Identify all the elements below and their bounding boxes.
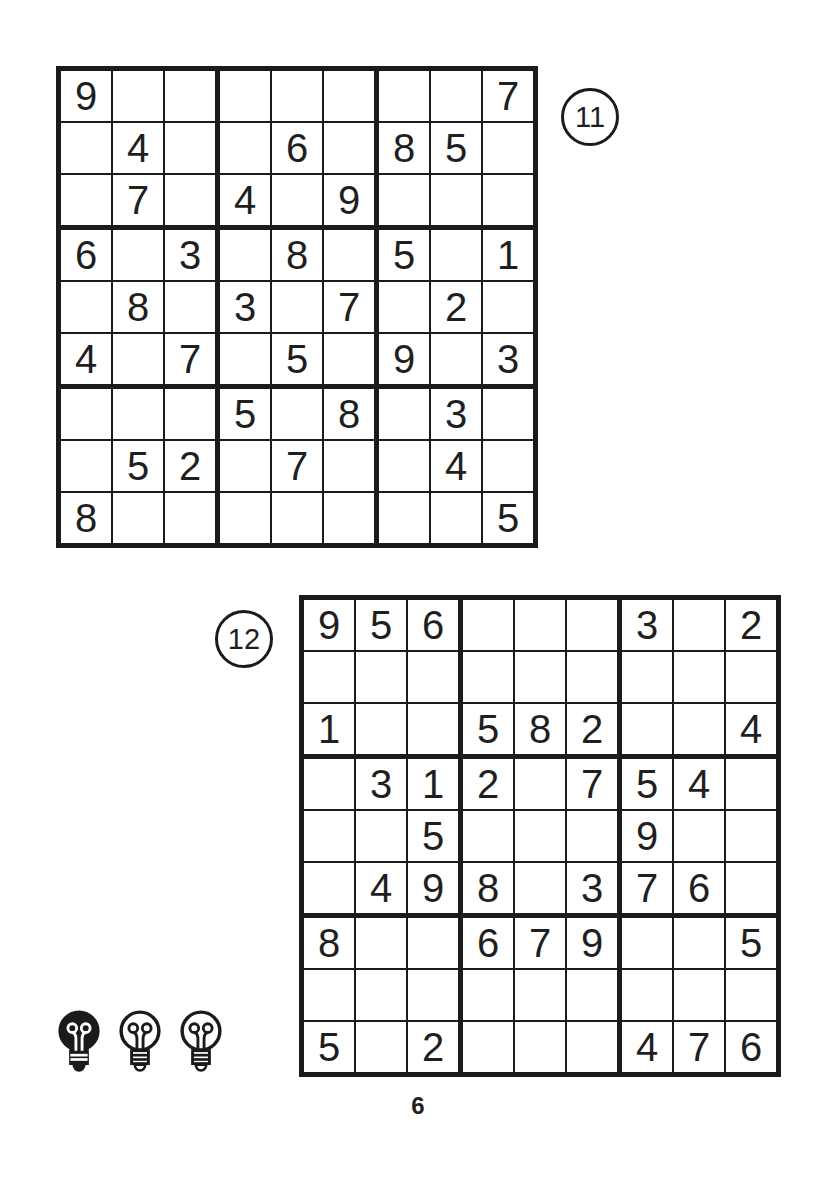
puzzle-12-cell-r8c4[interactable] bbox=[463, 970, 515, 1022]
puzzle-12-cell-r5c5[interactable] bbox=[515, 811, 567, 863]
puzzle-12-cell-r1c5[interactable] bbox=[515, 600, 567, 652]
puzzle-11-cell-r2c2[interactable]: 4 bbox=[113, 123, 165, 175]
puzzle-12-cell-r1c2[interactable]: 5 bbox=[356, 600, 408, 652]
page-number: 6 bbox=[378, 1092, 458, 1120]
puzzle-11-cell-r2c9[interactable] bbox=[483, 123, 533, 175]
puzzle-12-cell-r1c8[interactable] bbox=[674, 600, 726, 652]
puzzle-11-cell-r9c7[interactable] bbox=[379, 493, 431, 543]
puzzle-12-cell-r7c1[interactable]: 8 bbox=[304, 918, 356, 970]
puzzle-11-cell-r1c9[interactable]: 7 bbox=[483, 71, 533, 123]
puzzle-12-cell-r2c5[interactable] bbox=[515, 652, 567, 704]
puzzle-12-cell-r1c4[interactable] bbox=[463, 600, 515, 652]
puzzle-11-cell-r2c3[interactable] bbox=[165, 123, 220, 175]
puzzle-12-cell-r6c6[interactable]: 3 bbox=[567, 863, 622, 918]
sudoku-grid-12: 9563215824312754594983768679552476 bbox=[299, 595, 781, 1077]
puzzle-12-cell-r4c5[interactable] bbox=[515, 759, 567, 811]
puzzle-11-cell-r1c6[interactable] bbox=[324, 71, 379, 123]
puzzle-11-cell-r2c8[interactable]: 5 bbox=[431, 123, 483, 175]
puzzle-11-cell-r8c4[interactable] bbox=[220, 441, 272, 493]
puzzle-12-cell-r2c6[interactable] bbox=[567, 652, 622, 704]
puzzle-11-cell-r8c8[interactable]: 4 bbox=[431, 441, 483, 493]
puzzle-11-cell-r6c6[interactable] bbox=[324, 334, 379, 389]
puzzle-11-cell-r9c8[interactable] bbox=[431, 493, 483, 543]
puzzle-11-cell-r5c2[interactable]: 8 bbox=[113, 282, 165, 334]
puzzle-12-cell-r6c5[interactable] bbox=[515, 863, 567, 918]
puzzle-11-cell-r8c5[interactable]: 7 bbox=[272, 441, 324, 493]
puzzle-11-cell-r3c8[interactable] bbox=[431, 175, 483, 230]
difficulty-bulb-outline-icon bbox=[117, 1008, 163, 1078]
puzzle-11-cell-r6c3[interactable]: 7 bbox=[165, 334, 220, 389]
puzzle-12-cell-r2c7[interactable] bbox=[622, 652, 674, 704]
puzzle-12-cell-r5c1[interactable] bbox=[304, 811, 356, 863]
puzzle-12-cell-r8c9[interactable] bbox=[726, 970, 776, 1022]
puzzle-12-cell-r3c3[interactable] bbox=[408, 704, 463, 759]
puzzle-12-cell-r9c5[interactable] bbox=[515, 1022, 567, 1072]
puzzle-12-cell-r8c1[interactable] bbox=[304, 970, 356, 1022]
puzzle-book-page: 11 97468574963851837247593583527485 12 9… bbox=[0, 0, 840, 1190]
puzzle-12-cell-r2c9[interactable] bbox=[726, 652, 776, 704]
puzzle-12-cell-r7c4[interactable]: 6 bbox=[463, 918, 515, 970]
puzzle-11-cell-r9c4[interactable] bbox=[220, 493, 272, 543]
puzzle-11-cell-r8c3[interactable]: 2 bbox=[165, 441, 220, 493]
puzzle-11-cell-r1c2[interactable] bbox=[113, 71, 165, 123]
difficulty-rating bbox=[56, 1008, 224, 1078]
puzzle-11-cell-r7c9[interactable] bbox=[483, 389, 533, 441]
puzzle-12-cell-r9c3[interactable]: 2 bbox=[408, 1022, 463, 1072]
puzzle-12-cell-r5c2[interactable] bbox=[356, 811, 408, 863]
puzzle-11-cell-r9c2[interactable] bbox=[113, 493, 165, 543]
puzzle-11-cell-r5c3[interactable] bbox=[165, 282, 220, 334]
puzzle-11-cell-r7c3[interactable] bbox=[165, 389, 220, 441]
puzzle-11-cell-r6c9[interactable]: 3 bbox=[483, 334, 533, 389]
puzzle-11-cell-r6c4[interactable] bbox=[220, 334, 272, 389]
puzzle-12-cell-r3c8[interactable] bbox=[674, 704, 726, 759]
puzzle-12-cell-r9c7[interactable]: 4 bbox=[622, 1022, 674, 1072]
puzzle-11-cell-r4c8[interactable] bbox=[431, 230, 483, 282]
puzzle-11-cell-r1c7[interactable] bbox=[379, 71, 431, 123]
puzzle-12-cell-r5c7[interactable]: 9 bbox=[622, 811, 674, 863]
puzzle-12-cell-r7c6[interactable]: 9 bbox=[567, 918, 622, 970]
puzzle-12-cell-r2c3[interactable] bbox=[408, 652, 463, 704]
puzzle-12-cell-r6c4[interactable]: 8 bbox=[463, 863, 515, 918]
puzzle-11-number: 11 bbox=[575, 101, 605, 134]
puzzle-11-cell-r9c3[interactable] bbox=[165, 493, 220, 543]
puzzle-11-cell-r2c1[interactable] bbox=[61, 123, 113, 175]
puzzle-12-cell-r1c9[interactable]: 2 bbox=[726, 600, 776, 652]
puzzle-12-cell-r4c2[interactable]: 3 bbox=[356, 759, 408, 811]
puzzle-11-cell-r3c7[interactable] bbox=[379, 175, 431, 230]
puzzle-12-cell-r4c7[interactable]: 5 bbox=[622, 759, 674, 811]
puzzle-11-cell-r3c4[interactable]: 4 bbox=[220, 175, 272, 230]
puzzle-12-cell-r3c9[interactable]: 4 bbox=[726, 704, 776, 759]
puzzle-11-cell-r2c5[interactable]: 6 bbox=[272, 123, 324, 175]
puzzle-12-cell-r2c8[interactable] bbox=[674, 652, 726, 704]
puzzle-12-cell-r7c3[interactable] bbox=[408, 918, 463, 970]
puzzle-11-cell-r4c9[interactable]: 1 bbox=[483, 230, 533, 282]
puzzle-11-cell-r6c1[interactable]: 4 bbox=[61, 334, 113, 389]
puzzle-11-cell-r3c2[interactable]: 7 bbox=[113, 175, 165, 230]
sudoku-grid-11: 97468574963851837247593583527485 bbox=[56, 66, 538, 548]
puzzle-11-cell-r7c8[interactable]: 3 bbox=[431, 389, 483, 441]
puzzle-11-cell-r7c5[interactable] bbox=[272, 389, 324, 441]
puzzle-12-cell-r8c2[interactable] bbox=[356, 970, 408, 1022]
puzzle-12-cell-r7c9[interactable]: 5 bbox=[726, 918, 776, 970]
puzzle-11-cell-r9c1[interactable]: 8 bbox=[61, 493, 113, 543]
puzzle-12-cell-r8c3[interactable] bbox=[408, 970, 463, 1022]
puzzle-11-cell-r4c1[interactable]: 6 bbox=[61, 230, 113, 282]
puzzle-11-cell-r6c5[interactable]: 5 bbox=[272, 334, 324, 389]
puzzle-12-cell-r7c8[interactable] bbox=[674, 918, 726, 970]
puzzle-12-cell-r5c9[interactable] bbox=[726, 811, 776, 863]
puzzle-12-cell-r7c7[interactable] bbox=[622, 918, 674, 970]
puzzle-12-cell-r7c2[interactable] bbox=[356, 918, 408, 970]
puzzle-12-cell-r8c5[interactable] bbox=[515, 970, 567, 1022]
puzzle-12-cell-r3c5[interactable]: 8 bbox=[515, 704, 567, 759]
puzzle-12-number-badge: 12 bbox=[215, 610, 273, 668]
puzzle-11-cell-r1c8[interactable] bbox=[431, 71, 483, 123]
puzzle-11-cell-r1c4[interactable] bbox=[220, 71, 272, 123]
puzzle-11-cell-r8c1[interactable] bbox=[61, 441, 113, 493]
puzzle-12-cell-r3c4[interactable]: 5 bbox=[463, 704, 515, 759]
puzzle-11-cell-r8c6[interactable] bbox=[324, 441, 379, 493]
puzzle-12-cell-r7c5[interactable]: 7 bbox=[515, 918, 567, 970]
puzzle-11-cell-r6c8[interactable] bbox=[431, 334, 483, 389]
puzzle-12-cell-r5c3[interactable]: 5 bbox=[408, 811, 463, 863]
puzzle-12-cell-r3c7[interactable] bbox=[622, 704, 674, 759]
puzzle-11-cell-r2c7[interactable]: 8 bbox=[379, 123, 431, 175]
puzzle-11-cell-r4c4[interactable] bbox=[220, 230, 272, 282]
puzzle-12-cell-r6c1[interactable] bbox=[304, 863, 356, 918]
puzzle-11-cell-r5c9[interactable] bbox=[483, 282, 533, 334]
puzzle-11-cell-r1c1[interactable]: 9 bbox=[61, 71, 113, 123]
puzzle-12-cell-r4c4[interactable]: 2 bbox=[463, 759, 515, 811]
puzzle-12-cell-r8c7[interactable] bbox=[622, 970, 674, 1022]
puzzle-12-cell-r4c9[interactable] bbox=[726, 759, 776, 811]
puzzle-11-cell-r4c2[interactable] bbox=[113, 230, 165, 282]
puzzle-11-cell-r5c5[interactable] bbox=[272, 282, 324, 334]
puzzle-12-cell-r9c8[interactable]: 7 bbox=[674, 1022, 726, 1072]
puzzle-11-cell-r3c3[interactable] bbox=[165, 175, 220, 230]
puzzle-12-cell-r9c9[interactable]: 6 bbox=[726, 1022, 776, 1072]
puzzle-12-cell-r3c6[interactable]: 2 bbox=[567, 704, 622, 759]
puzzle-11-cell-r9c5[interactable] bbox=[272, 493, 324, 543]
puzzle-11-cell-r5c7[interactable] bbox=[379, 282, 431, 334]
difficulty-bulb-outline-icon bbox=[178, 1008, 224, 1078]
puzzle-12-cell-r6c8[interactable]: 6 bbox=[674, 863, 726, 918]
puzzle-11-cell-r7c2[interactable] bbox=[113, 389, 165, 441]
puzzle-12-cell-r4c8[interactable]: 4 bbox=[674, 759, 726, 811]
puzzle-12-cell-r9c2[interactable] bbox=[356, 1022, 408, 1072]
puzzle-11-cell-r3c9[interactable] bbox=[483, 175, 533, 230]
puzzle-11-cell-r6c2[interactable] bbox=[113, 334, 165, 389]
puzzle-12-cell-r8c8[interactable] bbox=[674, 970, 726, 1022]
puzzle-11-cell-r7c6[interactable]: 8 bbox=[324, 389, 379, 441]
puzzle-12-cell-r1c1[interactable]: 9 bbox=[304, 600, 356, 652]
puzzle-11-cell-r3c5[interactable] bbox=[272, 175, 324, 230]
puzzle-12-cell-r5c8[interactable] bbox=[674, 811, 726, 863]
puzzle-11-cell-r1c5[interactable] bbox=[272, 71, 324, 123]
puzzle-11-cell-r1c3[interactable] bbox=[165, 71, 220, 123]
puzzle-12-cell-r1c7[interactable]: 3 bbox=[622, 600, 674, 652]
puzzle-12-cell-r4c1[interactable] bbox=[304, 759, 356, 811]
puzzle-11-cell-r6c7[interactable]: 9 bbox=[379, 334, 431, 389]
puzzle-12-cell-r6c2[interactable]: 4 bbox=[356, 863, 408, 918]
puzzle-12-cell-r5c4[interactable] bbox=[463, 811, 515, 863]
puzzle-11-cell-r8c2[interactable]: 5 bbox=[113, 441, 165, 493]
puzzle-11-cell-r4c7[interactable]: 5 bbox=[379, 230, 431, 282]
puzzle-11-cell-r2c4[interactable] bbox=[220, 123, 272, 175]
puzzle-11-cell-r8c9[interactable] bbox=[483, 441, 533, 493]
puzzle-11-cell-r5c4[interactable]: 3 bbox=[220, 282, 272, 334]
puzzle-11-cell-r4c3[interactable]: 3 bbox=[165, 230, 220, 282]
puzzle-11-cell-r7c1[interactable] bbox=[61, 389, 113, 441]
puzzle-12-cell-r2c1[interactable] bbox=[304, 652, 356, 704]
puzzle-12-number: 12 bbox=[228, 623, 260, 656]
puzzle-12-cell-r9c4[interactable] bbox=[463, 1022, 515, 1072]
puzzle-12-cell-r2c4[interactable] bbox=[463, 652, 515, 704]
puzzle-12-cell-r3c1[interactable]: 1 bbox=[304, 704, 356, 759]
puzzle-11-cell-r9c9[interactable]: 5 bbox=[483, 493, 533, 543]
puzzle-12-cell-r5c6[interactable] bbox=[567, 811, 622, 863]
difficulty-bulb-filled-icon bbox=[56, 1008, 102, 1078]
puzzle-11-cell-r8c7[interactable] bbox=[379, 441, 431, 493]
puzzle-11-cell-r4c5[interactable]: 8 bbox=[272, 230, 324, 282]
puzzle-12-cell-r9c1[interactable]: 5 bbox=[304, 1022, 356, 1072]
puzzle-12-cell-r8c6[interactable] bbox=[567, 970, 622, 1022]
puzzle-12-cell-r4c6[interactable]: 7 bbox=[567, 759, 622, 811]
puzzle-12-cell-r1c3[interactable]: 6 bbox=[408, 600, 463, 652]
puzzle-12-cell-r3c2[interactable] bbox=[356, 704, 408, 759]
puzzle-12-cell-r4c3[interactable]: 1 bbox=[408, 759, 463, 811]
puzzle-12-cell-r6c3[interactable]: 9 bbox=[408, 863, 463, 918]
puzzle-11-cell-r7c4[interactable]: 5 bbox=[220, 389, 272, 441]
puzzle-11-cell-r3c1[interactable] bbox=[61, 175, 113, 230]
puzzle-11-cell-r5c1[interactable] bbox=[61, 282, 113, 334]
puzzle-11-cell-r4c6[interactable] bbox=[324, 230, 379, 282]
puzzle-12-cell-r6c9[interactable] bbox=[726, 863, 776, 918]
puzzle-11-cell-r9c6[interactable] bbox=[324, 493, 379, 543]
puzzle-12-cell-r1c6[interactable] bbox=[567, 600, 622, 652]
puzzle-11-cell-r5c6[interactable]: 7 bbox=[324, 282, 379, 334]
puzzle-12-cell-r2c2[interactable] bbox=[356, 652, 408, 704]
puzzle-11-cell-r2c6[interactable] bbox=[324, 123, 379, 175]
puzzle-11-number-badge: 11 bbox=[561, 88, 619, 146]
puzzle-12-cell-r6c7[interactable]: 7 bbox=[622, 863, 674, 918]
puzzle-11-cell-r5c8[interactable]: 2 bbox=[431, 282, 483, 334]
puzzle-11-cell-r7c7[interactable] bbox=[379, 389, 431, 441]
puzzle-11-cell-r3c6[interactable]: 9 bbox=[324, 175, 379, 230]
puzzle-12-cell-r9c6[interactable] bbox=[567, 1022, 622, 1072]
